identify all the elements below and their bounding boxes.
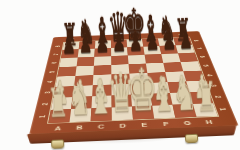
black-pawn-piece: ♟ bbox=[95, 30, 110, 57]
square-f7[interactable]: ♟ bbox=[143, 46, 161, 55]
square-f1[interactable]: ♝ bbox=[152, 105, 175, 119]
black-pawn-piece: ♟ bbox=[78, 30, 93, 57]
rank-label-right-8: 8 bbox=[188, 37, 206, 44]
white-rook-piece: ♜ bbox=[47, 82, 69, 123]
square-e1[interactable]: ♚ bbox=[132, 106, 154, 120]
file-label-top-h: H bbox=[172, 32, 189, 38]
file-label-b: B bbox=[68, 121, 91, 133]
square-b6[interactable] bbox=[77, 57, 95, 67]
rank-label-left-8: 8 bbox=[48, 43, 65, 50]
square-g7[interactable]: ♟ bbox=[160, 45, 179, 54]
square-b7[interactable]: ♟ bbox=[78, 49, 95, 58]
file-label-c: C bbox=[90, 120, 112, 132]
file-label-e: E bbox=[133, 119, 156, 131]
white-rook-piece: ♜ bbox=[195, 76, 217, 117]
rank-label-left-7: 7 bbox=[46, 51, 64, 58]
white-knight-piece: ♞ bbox=[173, 73, 198, 118]
chess-board: ABCDEFGH ABCDEFGH 87654321 87654321 ♜♞♝♛… bbox=[29, 31, 239, 135]
square-g1[interactable]: ♞ bbox=[173, 104, 197, 118]
file-label-f: F bbox=[154, 118, 178, 130]
file-label-a: A bbox=[46, 122, 69, 134]
file-label-top-f: F bbox=[141, 33, 157, 39]
brass-latch-right bbox=[185, 134, 198, 144]
square-c7[interactable]: ♟ bbox=[94, 48, 111, 57]
file-label-top-b: B bbox=[80, 35, 96, 41]
file-label-g: G bbox=[175, 117, 199, 129]
file-label-top-d: D bbox=[111, 34, 127, 40]
square-h1[interactable]: ♜ bbox=[193, 103, 218, 117]
black-pawn-piece: ♟ bbox=[145, 27, 160, 54]
rank-label-right-7: 7 bbox=[190, 45, 209, 52]
black-pawn-piece: ♟ bbox=[162, 27, 177, 54]
file-label-top-g: G bbox=[157, 32, 174, 38]
rank-label-right-6: 6 bbox=[193, 53, 213, 60]
black-pawn-piece: ♟ bbox=[111, 29, 126, 56]
black-pawn-piece: ♟ bbox=[128, 28, 143, 55]
square-e7[interactable]: ♟ bbox=[127, 47, 144, 56]
file-label-top-e: E bbox=[126, 34, 142, 40]
brass-latch-left bbox=[51, 139, 64, 149]
chess-set-photo: ABCDEFGH ABCDEFGH 87654321 87654321 ♜♞♝♛… bbox=[0, 0, 240, 150]
file-label-top-a: A bbox=[64, 36, 80, 42]
file-label-h: H bbox=[197, 116, 222, 128]
rank-label-left-6: 6 bbox=[44, 59, 63, 67]
square-g6[interactable] bbox=[161, 53, 180, 62]
file-label-d: D bbox=[112, 119, 134, 131]
square-d7[interactable]: ♟ bbox=[111, 47, 128, 56]
board-tilt-wrapper: ABCDEFGH ABCDEFGH 87654321 87654321 ♜♞♝♛… bbox=[0, 0, 240, 150]
file-label-top-c: C bbox=[95, 35, 111, 41]
